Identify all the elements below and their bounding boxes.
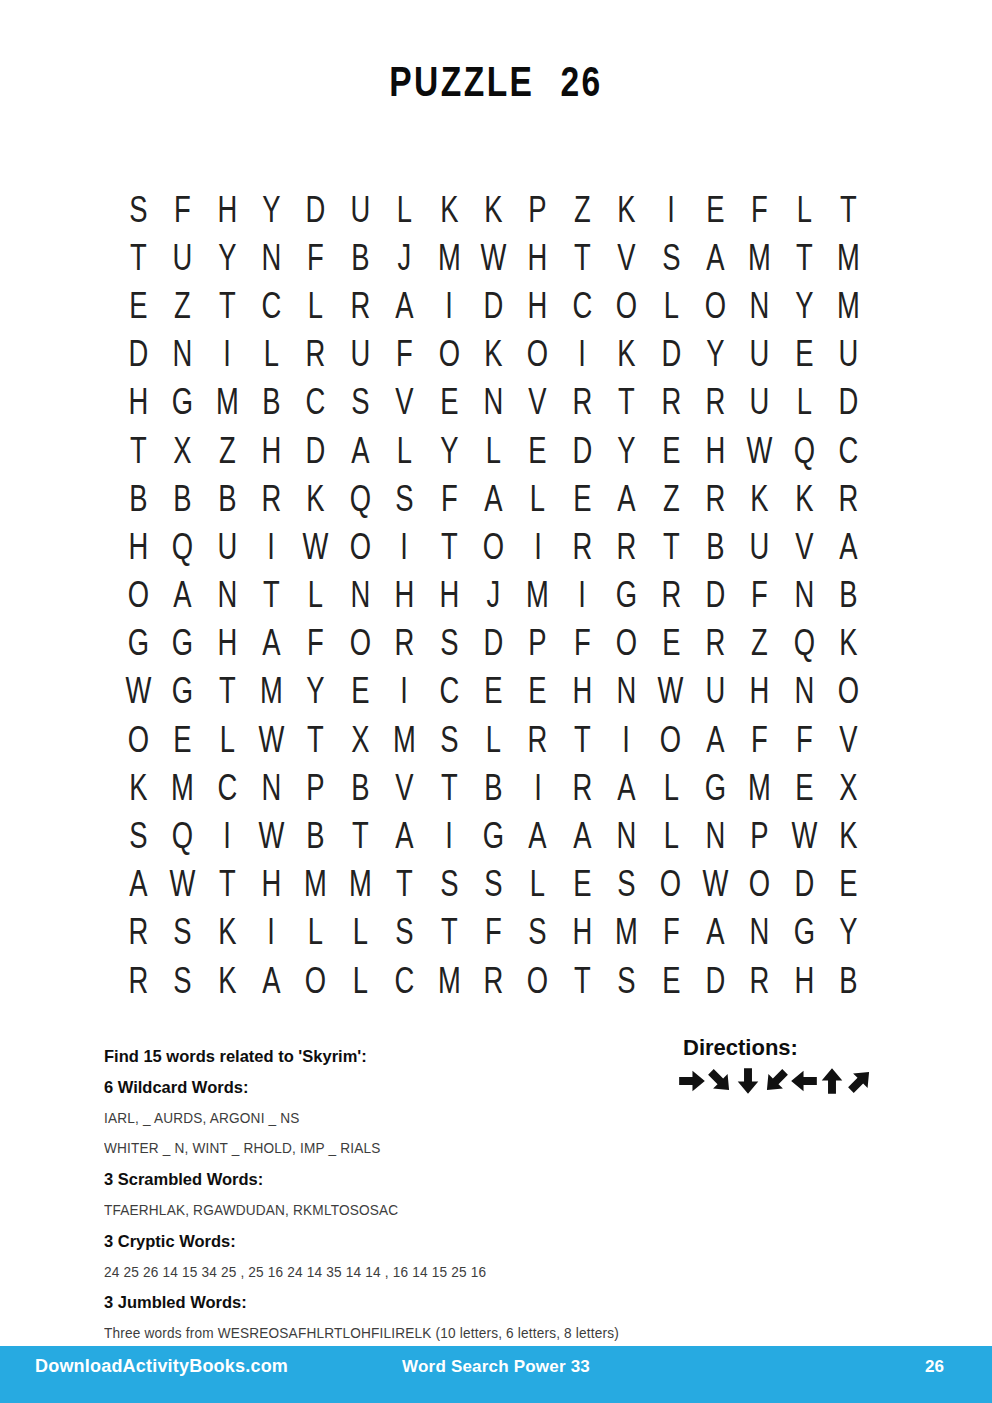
grid-letter: Z — [751, 624, 768, 661]
grid-cell-r17c1: R — [116, 956, 160, 1004]
grid-letter: R — [483, 962, 503, 999]
grid-cell-r5c11: R — [560, 378, 604, 426]
grid-letter: I — [223, 335, 231, 372]
grid-letter: M — [615, 913, 638, 950]
grid-letter: O — [128, 576, 149, 613]
grid-cell-r6c6: A — [338, 426, 382, 474]
grid-cell-r11c2: G — [160, 667, 204, 715]
grid-letter: E — [662, 624, 680, 661]
grid-cell-r2c6: B — [338, 233, 382, 281]
grid-cell-r2c10: H — [516, 233, 560, 281]
grid-cell-r11c16: N — [782, 667, 826, 715]
grid-letter: N — [705, 817, 725, 854]
grid-letter: K — [484, 335, 502, 372]
grid-letter: C — [261, 287, 281, 324]
grid-letter: A — [529, 817, 547, 854]
grid-cell-r5c12: T — [604, 378, 648, 426]
grid-cell-r17c13: E — [649, 956, 693, 1004]
grid-letter: F — [307, 624, 324, 661]
grid-letter: T — [219, 287, 236, 324]
grid-letter: U — [350, 335, 370, 372]
grid-cell-r1c12: K — [604, 185, 648, 233]
grid-letter: S — [129, 817, 147, 854]
grid-cell-r13c13: L — [649, 763, 693, 811]
grid-cell-r3c1: E — [116, 281, 160, 329]
grid-cell-r5c1: H — [116, 378, 160, 426]
grid-cell-r11c6: E — [338, 667, 382, 715]
grid-cell-r14c12: N — [604, 811, 648, 859]
grid-cell-r8c17: A — [826, 522, 870, 570]
grid-letter: R — [750, 962, 770, 999]
grid-letter: N — [350, 576, 370, 613]
grid-cell-r10c2: G — [160, 619, 204, 667]
grid-letter: K — [751, 480, 769, 517]
grid-letter: T — [130, 239, 147, 276]
grid-cell-r10c17: K — [826, 619, 870, 667]
grid-cell-r14c15: P — [737, 811, 781, 859]
grid-letter: R — [306, 335, 326, 372]
arrow-right-icon — [678, 1067, 706, 1095]
grid-letter: O — [616, 287, 637, 324]
arrow-down-right-icon — [706, 1067, 734, 1095]
grid-cell-r8c10: I — [516, 522, 560, 570]
grid-letter: W — [258, 721, 284, 758]
grid-cell-r1c3: H — [205, 185, 249, 233]
grid-letter: W — [747, 432, 773, 469]
grid-letter: Y — [617, 432, 635, 469]
grid-letter: R — [572, 383, 592, 420]
grid-cell-r10c11: F — [560, 619, 604, 667]
grid-cell-r15c3: T — [205, 860, 249, 908]
arrow-up-icon — [818, 1067, 846, 1095]
grid-cell-r9c3: N — [205, 571, 249, 619]
grid-cell-r13c6: B — [338, 763, 382, 811]
grid-cell-r4c17: U — [826, 330, 870, 378]
puzzle-page: PUZZLE 26 SFHYDULKKPZKIEFLTTUYNFBJMWHTVS… — [0, 0, 992, 1403]
grid-letter: I — [401, 672, 409, 709]
grid-letter: R — [839, 480, 859, 517]
grid-cell-r17c8: M — [427, 956, 471, 1004]
grid-letter: N — [217, 576, 237, 613]
grid-letter: B — [129, 480, 147, 517]
grid-letter: Q — [349, 480, 370, 517]
grid-cell-r13c1: K — [116, 763, 160, 811]
grid-letter: S — [173, 913, 191, 950]
grid-cell-r4c5: R — [294, 330, 338, 378]
grid-letter: O — [838, 672, 859, 709]
grid-letter: M — [837, 287, 860, 324]
grid-cell-r3c4: C — [249, 281, 293, 329]
wildcard-words-2: WHITER _ N, WINT _ RHOLD, IMP _ RIALS — [104, 1133, 597, 1164]
grid-letter: G — [793, 913, 814, 950]
grid-letter: H — [261, 865, 281, 902]
grid-letter: U — [705, 672, 725, 709]
grid-letter: D — [705, 576, 725, 613]
grid-cell-r8c2: Q — [160, 522, 204, 570]
grid-cell-r8c15: U — [737, 522, 781, 570]
grid-cell-r11c13: W — [649, 667, 693, 715]
grid-letter: R — [617, 528, 637, 565]
grid-cell-r14c13: L — [649, 811, 693, 859]
grid-letter: T — [663, 528, 680, 565]
grid-letter: C — [306, 383, 326, 420]
grid-letter: C — [839, 432, 859, 469]
grid-letter: A — [706, 239, 724, 276]
grid-letter: M — [748, 769, 771, 806]
grid-letter: K — [218, 913, 236, 950]
grid-cell-r17c6: L — [338, 956, 382, 1004]
grid-cell-r1c7: L — [382, 185, 426, 233]
grid-letter: I — [667, 191, 675, 228]
grid-letter: D — [483, 624, 503, 661]
grid-cell-r12c15: F — [737, 715, 781, 763]
grid-cell-r11c14: U — [693, 667, 737, 715]
grid-letter: D — [705, 962, 725, 999]
grid-letter: P — [307, 769, 325, 806]
grid-letter: F — [174, 191, 191, 228]
grid-cell-r12c1: O — [116, 715, 160, 763]
grid-letter: L — [264, 335, 279, 372]
grid-letter: K — [839, 624, 857, 661]
grid-letter: M — [526, 576, 549, 613]
grid-cell-r3c7: A — [382, 281, 426, 329]
grid-cell-r3c3: T — [205, 281, 249, 329]
grid-letter: T — [796, 239, 813, 276]
grid-letter: M — [393, 721, 416, 758]
grid-cell-r9c13: R — [649, 571, 693, 619]
grid-cell-r4c1: D — [116, 330, 160, 378]
grid-cell-r14c1: S — [116, 811, 160, 859]
grid-cell-r1c8: K — [427, 185, 471, 233]
grid-letter: H — [572, 672, 592, 709]
grid-cell-r16c8: T — [427, 908, 471, 956]
grid-letter: W — [480, 239, 506, 276]
grid-cell-r10c4: A — [249, 619, 293, 667]
grid-letter: L — [397, 191, 412, 228]
grid-letter: G — [705, 769, 726, 806]
grid-cell-r6c5: D — [294, 426, 338, 474]
grid-letter: S — [617, 962, 635, 999]
grid-cell-r14c14: N — [693, 811, 737, 859]
grid-letter: F — [751, 576, 768, 613]
grid-letter: L — [308, 287, 323, 324]
grid-letter: R — [705, 383, 725, 420]
grid-cell-r10c3: H — [205, 619, 249, 667]
grid-letter: F — [751, 721, 768, 758]
grid-cell-r16c10: S — [516, 908, 560, 956]
grid-letter: M — [171, 769, 194, 806]
grid-letter: D — [839, 383, 859, 420]
grid-letter: S — [351, 383, 369, 420]
grid-letter: N — [794, 576, 814, 613]
grid-cell-r10c7: R — [382, 619, 426, 667]
grid-letter: M — [438, 239, 461, 276]
grid-letter: A — [484, 480, 502, 517]
grid-letter: C — [395, 962, 415, 999]
grid-letter: T — [618, 383, 635, 420]
grid-cell-r17c15: R — [737, 956, 781, 1004]
grid-letter: N — [617, 672, 637, 709]
grid-cell-r14c8: I — [427, 811, 471, 859]
grid-cell-r2c16: T — [782, 233, 826, 281]
grid-letter: Y — [839, 913, 857, 950]
grid-cell-r5c10: V — [516, 378, 560, 426]
grid-cell-r13c5: P — [294, 763, 338, 811]
grid-cell-r16c14: A — [693, 908, 737, 956]
direction-arrows — [678, 1067, 874, 1095]
grid-cell-r8c5: W — [294, 522, 338, 570]
grid-cell-r15c11: E — [560, 860, 604, 908]
grid-letter: R — [661, 576, 681, 613]
grid-cell-r7c13: Z — [649, 474, 693, 522]
grid-letter: E — [529, 432, 547, 469]
grid-cell-r5c7: V — [382, 378, 426, 426]
grid-cell-r5c15: U — [737, 378, 781, 426]
grid-letter: B — [262, 383, 280, 420]
grid-letter: V — [395, 769, 413, 806]
grid-cell-r17c11: T — [560, 956, 604, 1004]
grid-letter: S — [440, 721, 458, 758]
grid-letter: Z — [663, 480, 680, 517]
grid-letter: H — [217, 191, 237, 228]
grid-letter: K — [307, 480, 325, 517]
grid-cell-r12c11: T — [560, 715, 604, 763]
grid-letter: S — [395, 480, 413, 517]
grid-cell-r15c5: M — [294, 860, 338, 908]
grid-letter: N — [750, 287, 770, 324]
directions-label: Directions: — [683, 1036, 874, 1060]
grid-cell-r11c11: H — [560, 667, 604, 715]
grid-cell-r2c11: T — [560, 233, 604, 281]
grid-cell-r10c6: O — [338, 619, 382, 667]
grid-letter: B — [173, 480, 191, 517]
grid-cell-r5c13: R — [649, 378, 693, 426]
grid-letter: Y — [218, 239, 236, 276]
grid-cell-r2c4: N — [249, 233, 293, 281]
grid-cell-r4c3: I — [205, 330, 249, 378]
grid-letter: Y — [440, 432, 458, 469]
grid-letter: S — [440, 865, 458, 902]
grid-cell-r15c2: W — [160, 860, 204, 908]
grid-letter: P — [751, 817, 769, 854]
grid-cell-r11c10: E — [516, 667, 560, 715]
grid-cell-r15c15: O — [737, 860, 781, 908]
grid-cell-r7c15: K — [737, 474, 781, 522]
grid-letter: I — [268, 528, 276, 565]
grid-cell-r17c10: O — [516, 956, 560, 1004]
grid-cell-r4c4: L — [249, 330, 293, 378]
grid-cell-r11c1: W — [116, 667, 160, 715]
grid-letter: T — [441, 528, 458, 565]
grid-cell-r6c15: W — [737, 426, 781, 474]
grid-letter: H — [705, 432, 725, 469]
grid-cell-r3c13: L — [649, 281, 693, 329]
grid-letter: K — [129, 769, 147, 806]
grid-letter: H — [439, 576, 459, 613]
grid-cell-r13c4: N — [249, 763, 293, 811]
grid-cell-r17c4: A — [249, 956, 293, 1004]
grid-cell-r14c7: A — [382, 811, 426, 859]
grid-cell-r15c7: T — [382, 860, 426, 908]
grid-letter: H — [395, 576, 415, 613]
grid-cell-r15c9: S — [471, 860, 515, 908]
grid-cell-r2c3: Y — [205, 233, 249, 281]
grid-letter: E — [662, 962, 680, 999]
grid-letter: R — [572, 769, 592, 806]
grid-cell-r2c12: V — [604, 233, 648, 281]
grid-letter: K — [218, 962, 236, 999]
grid-cell-r6c7: L — [382, 426, 426, 474]
grid-letter: O — [749, 865, 770, 902]
grid-letter: H — [794, 962, 814, 999]
grid-cell-r2c1: T — [116, 233, 160, 281]
grid-cell-r15c10: L — [516, 860, 560, 908]
grid-letter: L — [486, 432, 501, 469]
grid-cell-r7c14: R — [693, 474, 737, 522]
grid-cell-r16c17: Y — [826, 908, 870, 956]
grid-cell-r12c5: T — [294, 715, 338, 763]
grid-cell-r10c15: Z — [737, 619, 781, 667]
grid-letter: L — [397, 432, 412, 469]
grid-cell-r9c5: L — [294, 571, 338, 619]
grid-cell-r13c14: G — [693, 763, 737, 811]
grid-letter: K — [484, 191, 502, 228]
grid-cell-r7c17: R — [826, 474, 870, 522]
grid-letter: O — [660, 721, 681, 758]
grid-cell-r7c12: A — [604, 474, 648, 522]
grid-cell-r3c9: D — [471, 281, 515, 329]
grid-letter: G — [128, 624, 149, 661]
grid-letter: R — [705, 624, 725, 661]
grid-cell-r17c2: S — [160, 956, 204, 1004]
grid-cell-r2c14: A — [693, 233, 737, 281]
grid-cell-r14c6: T — [338, 811, 382, 859]
grid-cell-r8c13: T — [649, 522, 693, 570]
grid-letter: E — [573, 865, 591, 902]
arrow-down-icon — [734, 1067, 762, 1095]
grid-cell-r9c4: T — [249, 571, 293, 619]
grid-letter: D — [128, 335, 148, 372]
grid-letter: K — [617, 335, 635, 372]
grid-cell-r16c11: H — [560, 908, 604, 956]
grid-cell-r3c14: O — [693, 281, 737, 329]
grid-letter: G — [172, 624, 193, 661]
grid-letter: U — [350, 191, 370, 228]
grid-cell-r1c5: D — [294, 185, 338, 233]
grid-cell-r11c9: E — [471, 667, 515, 715]
grid-letter: H — [528, 287, 548, 324]
grid-cell-r5c5: C — [294, 378, 338, 426]
arrow-up-right-icon — [846, 1067, 874, 1095]
grid-cell-r1c6: U — [338, 185, 382, 233]
grid-cell-r3c8: I — [427, 281, 471, 329]
grid-cell-r16c13: F — [649, 908, 693, 956]
grid-letter: U — [750, 383, 770, 420]
grid-cell-r7c10: L — [516, 474, 560, 522]
grid-letter: N — [261, 769, 281, 806]
grid-cell-r9c6: N — [338, 571, 382, 619]
grid-letter: L — [353, 913, 368, 950]
grid-letter: Y — [706, 335, 724, 372]
grid-letter: H — [572, 913, 592, 950]
grid-letter: X — [351, 721, 369, 758]
grid-letter: F — [396, 335, 413, 372]
grid-letter: R — [661, 383, 681, 420]
grid-cell-r12c17: V — [826, 715, 870, 763]
grid-letter: F — [796, 721, 813, 758]
jumbled-heading: 3 Jumbled Words: — [104, 1287, 664, 1318]
grid-letter: I — [578, 576, 586, 613]
grid-cell-r16c12: M — [604, 908, 648, 956]
page-title: PUZZLE 26 — [99, 61, 893, 103]
jumbled-words: Three words from WESREOSAFHLRTLOHFILIREL… — [104, 1318, 597, 1349]
grid-cell-r10c16: Q — [782, 619, 826, 667]
grid-cell-r3c6: R — [338, 281, 382, 329]
grid-cell-r16c6: L — [338, 908, 382, 956]
grid-letter: L — [663, 817, 678, 854]
grid-cell-r15c8: S — [427, 860, 471, 908]
grid-letter: H — [528, 239, 548, 276]
grid-cell-r16c4: I — [249, 908, 293, 956]
grid-cell-r7c5: K — [294, 474, 338, 522]
footer-bar: DownloadActivityBooks.com Word Search Po… — [0, 1346, 992, 1403]
grid-letter: M — [216, 383, 239, 420]
grid-letter: O — [660, 865, 681, 902]
grid-letter: L — [530, 865, 545, 902]
grid-letter: I — [445, 817, 453, 854]
grid-letter: U — [217, 528, 237, 565]
grid-cell-r17c5: O — [294, 956, 338, 1004]
grid-cell-r1c17: T — [826, 185, 870, 233]
grid-letter: H — [217, 624, 237, 661]
grid-letter: L — [486, 721, 501, 758]
grid-letter: L — [663, 287, 678, 324]
grid-cell-r6c2: X — [160, 426, 204, 474]
grid-letter: D — [306, 191, 326, 228]
grid-cell-r7c11: E — [560, 474, 604, 522]
grid-cell-r17c16: H — [782, 956, 826, 1004]
grid-cell-r13c17: X — [826, 763, 870, 811]
grid-cell-r3c15: N — [737, 281, 781, 329]
grid-cell-r17c17: B — [826, 956, 870, 1004]
grid-cell-r13c15: M — [737, 763, 781, 811]
grid-cell-r6c14: H — [693, 426, 737, 474]
grid-letter: V — [395, 383, 413, 420]
grid-cell-r8c8: T — [427, 522, 471, 570]
grid-cell-r16c16: G — [782, 908, 826, 956]
grid-letter: D — [572, 432, 592, 469]
grid-cell-r14c4: W — [249, 811, 293, 859]
grid-letter: E — [573, 480, 591, 517]
grid-letter: Y — [307, 672, 325, 709]
grid-cell-r14c3: I — [205, 811, 249, 859]
grid-letter: O — [527, 962, 548, 999]
find-words-title: Find 15 words related to 'Skyrim': — [104, 1041, 664, 1072]
grid-letter: O — [527, 335, 548, 372]
grid-cell-r9c15: F — [737, 571, 781, 619]
grid-cell-r4c11: I — [560, 330, 604, 378]
grid-cell-r13c3: C — [205, 763, 249, 811]
grid-letter: R — [572, 528, 592, 565]
grid-letter: A — [129, 865, 147, 902]
grid-letter: X — [173, 432, 191, 469]
grid-cell-r4c6: U — [338, 330, 382, 378]
grid-cell-r10c1: G — [116, 619, 160, 667]
grid-letter: B — [839, 962, 857, 999]
grid-cell-r9c17: B — [826, 571, 870, 619]
grid-cell-r8c11: R — [560, 522, 604, 570]
grid-cell-r14c11: A — [560, 811, 604, 859]
